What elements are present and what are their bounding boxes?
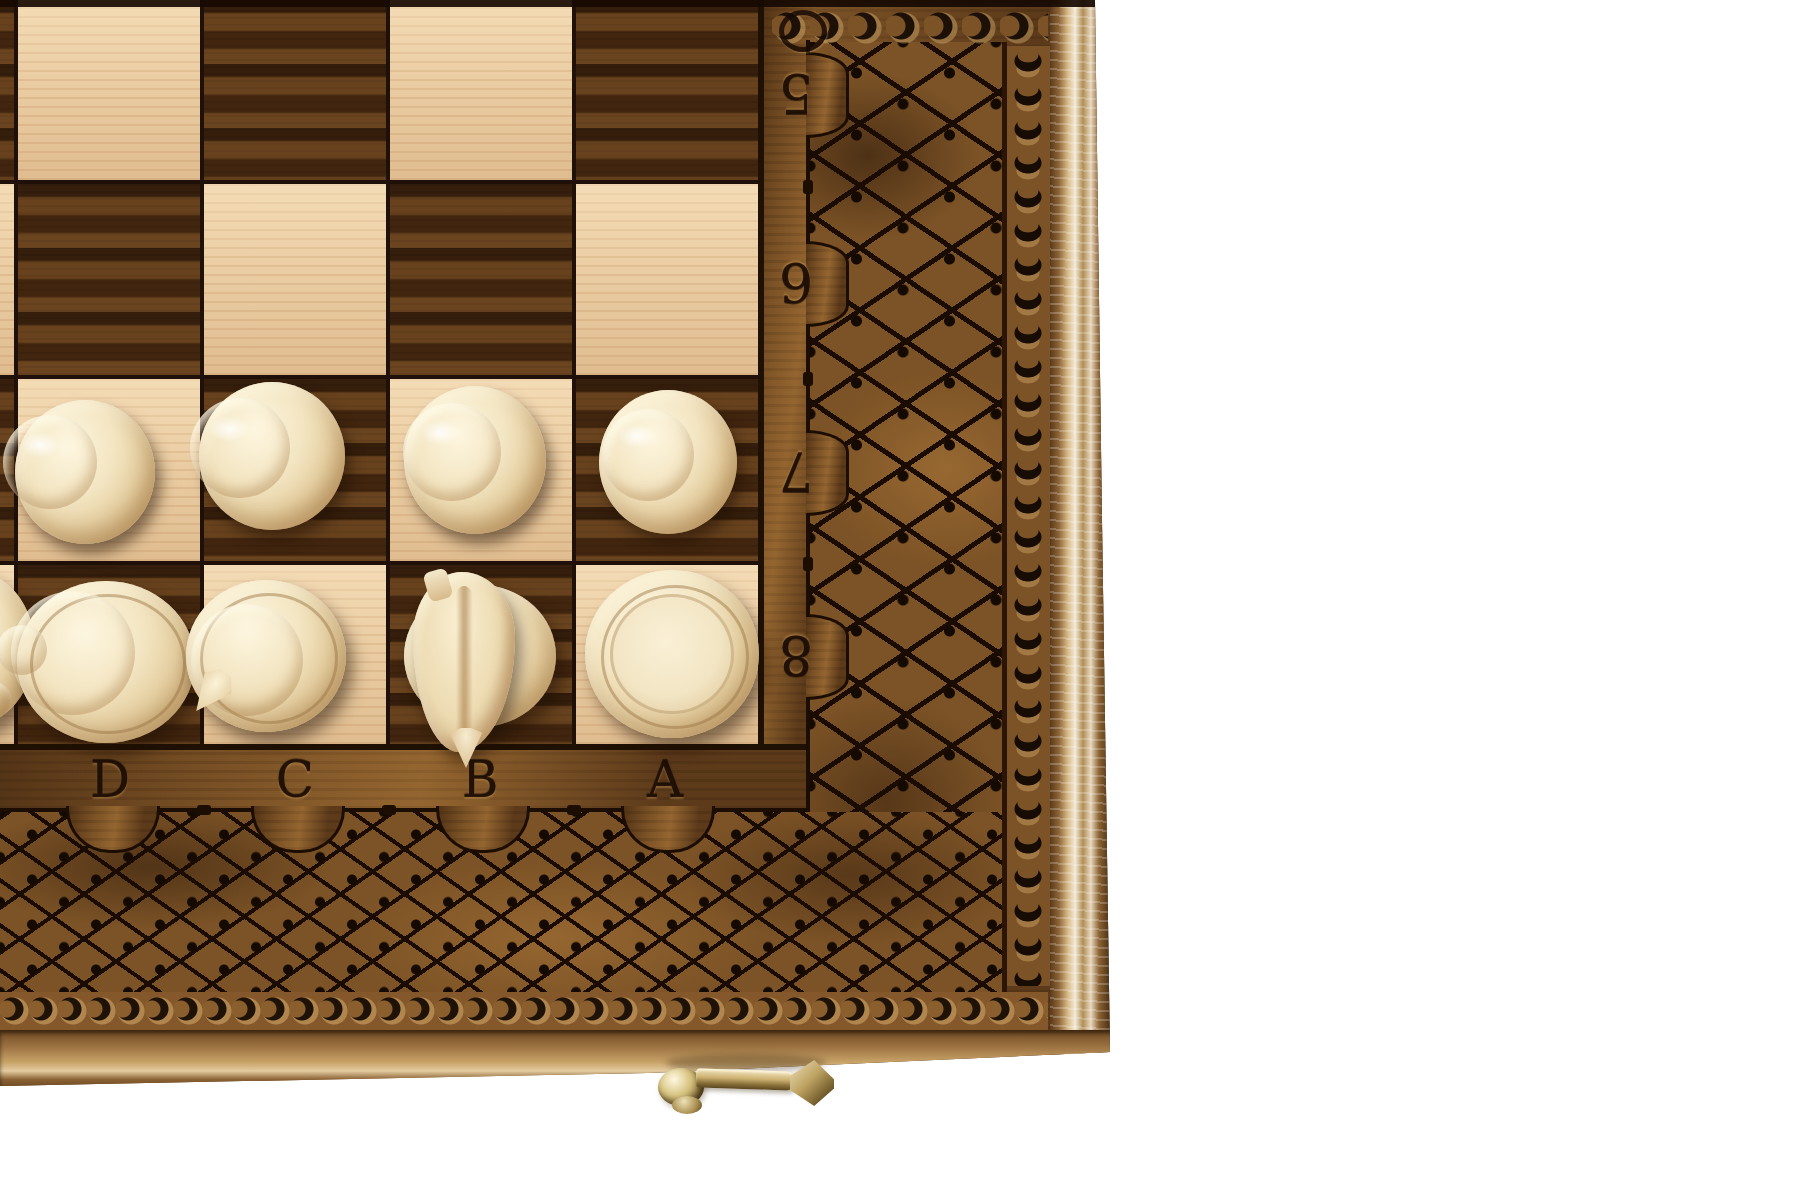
square-a6[interactable] (576, 184, 758, 375)
frame-tick (803, 180, 813, 194)
square-b7[interactable] (390, 379, 572, 561)
rank-label-8: 8 (760, 621, 832, 687)
rank-label-7: 7 (760, 437, 832, 503)
square-d5[interactable] (18, 0, 200, 180)
square-b8[interactable] (390, 565, 572, 744)
square-d7[interactable] (18, 379, 200, 561)
file-label-a: A (605, 752, 725, 808)
chess-board (0, 0, 758, 744)
frame-tick (197, 805, 211, 815)
square-a5[interactable] (576, 0, 758, 180)
square-e7[interactable] (0, 379, 14, 561)
clasp-arm (696, 1068, 797, 1090)
square-b6[interactable] (390, 184, 572, 375)
file-label-c: C (235, 752, 355, 808)
square-e6[interactable] (0, 184, 14, 375)
clasp-knob-small-icon (672, 1096, 702, 1114)
bottom-apron (0, 1030, 1118, 1092)
rope-chain-column (1007, 46, 1053, 986)
crescent-ring-icon (779, 10, 827, 52)
game-box: 5 6 7 8 D C B A (0, 0, 1118, 1200)
square-e5[interactable] (0, 0, 14, 180)
square-e8[interactable] (0, 565, 14, 744)
frame-tick (803, 557, 813, 571)
clasp-latch[interactable] (648, 1052, 843, 1116)
square-b5[interactable] (390, 0, 572, 180)
frame-tick (382, 805, 396, 815)
frame-tick (803, 372, 813, 386)
square-d6[interactable] (18, 184, 200, 375)
file-label-d: D (50, 752, 170, 808)
square-a7[interactable] (576, 379, 758, 561)
file-label-b: B (420, 752, 540, 808)
polished-edge-right (1050, 0, 1110, 1058)
photo-stage: 5 6 7 8 D C B A (0, 0, 1799, 1200)
square-c7[interactable] (204, 379, 386, 561)
square-a8[interactable] (576, 565, 758, 744)
square-d8[interactable] (18, 565, 200, 744)
square-c5[interactable] (204, 0, 386, 180)
crescent-row-bottom (0, 992, 1048, 1030)
frame-tick (567, 805, 581, 815)
square-c8[interactable] (204, 565, 386, 744)
rank-label-5: 5 (760, 59, 832, 125)
rank-label-6: 6 (760, 248, 832, 314)
square-c6[interactable] (204, 184, 386, 375)
hinge-seam (0, 0, 1095, 7)
